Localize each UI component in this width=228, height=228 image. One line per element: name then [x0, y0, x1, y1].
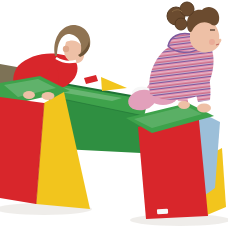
girl [126, 2, 221, 113]
product-photo [0, 0, 228, 228]
boy-ear [63, 46, 69, 52]
girl-front-hand [197, 104, 211, 113]
boy-left-hand [23, 91, 35, 99]
girl-back-hand [178, 101, 190, 109]
girl-bun-curl-3 [175, 18, 187, 30]
beam-yellow-wedge [101, 77, 127, 91]
right-block-label-tag [157, 209, 168, 215]
girl-bun-curl-2 [180, 2, 194, 16]
girl-cheek-blush [209, 39, 215, 45]
scene-illustration [0, 0, 228, 228]
right-block [126, 103, 226, 219]
boy-right-hand [42, 92, 55, 100]
girl-back-arm [175, 62, 188, 102]
beam-red-tab [84, 75, 98, 84]
